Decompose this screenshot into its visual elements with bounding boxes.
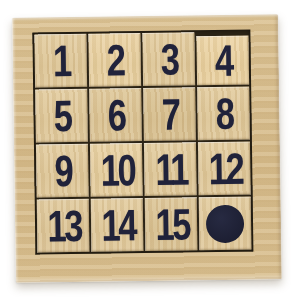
tile-2[interactable]: 2 — [88, 33, 141, 87]
puzzle-frame: 1 2 3 4 5 6 7 8 9 10 11 12 13 14 15 — [12, 14, 282, 283]
tile-10-label: 10 — [98, 148, 134, 192]
tile-12-label: 12 — [206, 146, 242, 190]
tile-9-label: 9 — [53, 149, 72, 193]
puzzle-tray: 1 2 3 4 5 6 7 8 9 10 11 12 13 14 15 — [32, 30, 253, 255]
tile-10[interactable]: 10 — [90, 143, 143, 197]
tile-1-label: 1 — [51, 39, 70, 83]
tile-8-label: 8 — [214, 91, 233, 135]
tile-dot[interactable] — [199, 197, 252, 251]
tile-14-label: 14 — [99, 203, 135, 247]
black-dot-icon — [206, 204, 245, 243]
tile-5-label: 5 — [52, 94, 71, 138]
tile-6-label: 6 — [106, 93, 125, 137]
tile-6[interactable]: 6 — [89, 88, 142, 142]
tile-8[interactable]: 8 — [197, 87, 250, 141]
tile-11[interactable]: 11 — [144, 142, 197, 196]
tile-1[interactable]: 1 — [34, 34, 87, 88]
tile-3-label: 3 — [159, 37, 178, 81]
tile-5[interactable]: 5 — [35, 89, 88, 143]
tile-12[interactable]: 12 — [198, 142, 251, 196]
tile-9[interactable]: 9 — [36, 144, 89, 198]
tile-4-label: 4 — [213, 38, 232, 82]
tile-7[interactable]: 7 — [143, 87, 196, 141]
tile-15[interactable]: 15 — [145, 197, 198, 251]
tile-13[interactable]: 13 — [37, 199, 90, 253]
tile-14[interactable]: 14 — [91, 198, 144, 252]
tile-15-label: 15 — [153, 202, 189, 246]
tile-13-label: 13 — [45, 203, 81, 247]
tile-4[interactable]: 4 — [196, 36, 249, 86]
tile-3[interactable]: 3 — [142, 32, 195, 86]
tile-11-label: 11 — [153, 147, 187, 191]
tile-2-label: 2 — [105, 38, 124, 82]
tile-7-label: 7 — [160, 92, 179, 136]
